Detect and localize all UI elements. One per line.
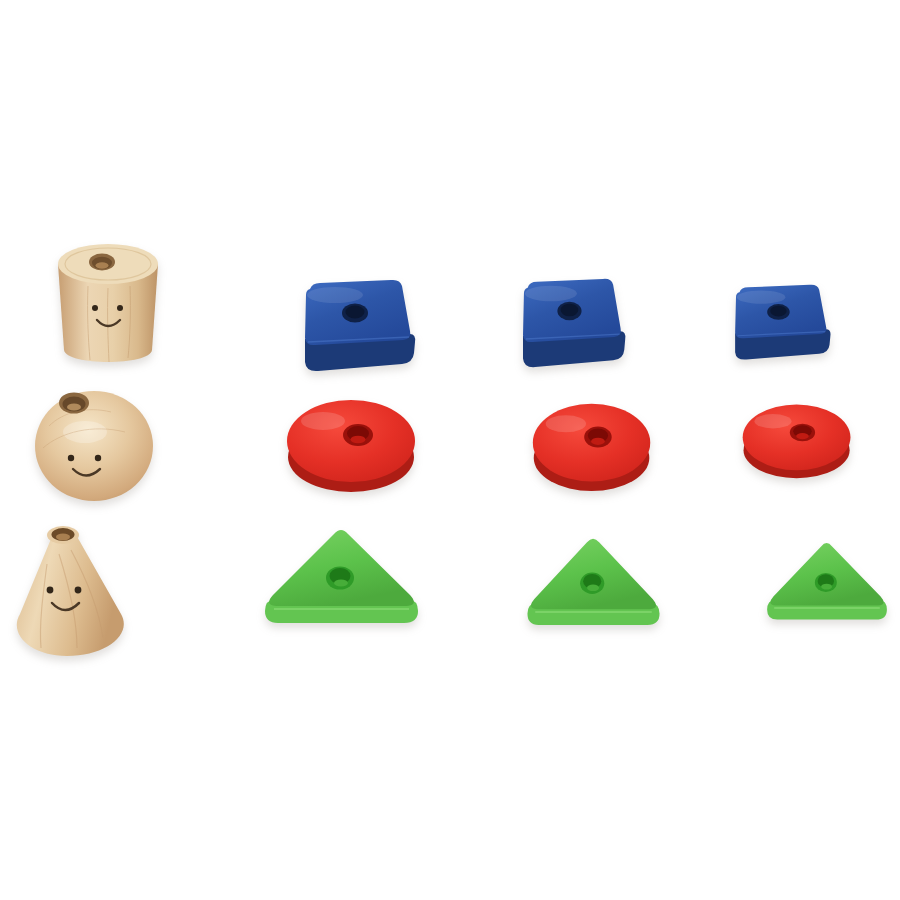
cone-body bbox=[17, 527, 124, 656]
wood-sphere-with-face bbox=[33, 386, 155, 503]
square-sheen bbox=[737, 291, 786, 304]
top-hole bbox=[59, 393, 89, 414]
green-triangle-1 bbox=[261, 525, 422, 637]
donut-sheen bbox=[301, 412, 345, 430]
donut-sheen bbox=[546, 415, 586, 432]
center-hole bbox=[343, 424, 373, 446]
product-photo bbox=[0, 0, 900, 900]
right-eye bbox=[117, 305, 123, 311]
top-hole bbox=[47, 526, 79, 544]
red-donut-disc-2 bbox=[531, 401, 653, 492]
green-triangle-3 bbox=[764, 539, 890, 631]
square-sheen bbox=[525, 286, 577, 301]
blue-square-block-3 bbox=[723, 284, 833, 362]
center-hole bbox=[790, 424, 815, 442]
blue-square-block-2 bbox=[510, 278, 628, 370]
center-hole bbox=[767, 304, 790, 320]
sphere-body bbox=[35, 391, 153, 501]
blue-square-block-1 bbox=[291, 279, 418, 374]
center-hole bbox=[580, 573, 604, 594]
square-sheen bbox=[307, 287, 363, 303]
wood-cylinder-with-face bbox=[54, 242, 162, 372]
center-hole bbox=[342, 304, 368, 323]
donut-sheen bbox=[754, 414, 791, 428]
center-hole bbox=[326, 567, 354, 590]
left-eye bbox=[68, 455, 74, 461]
left-eye bbox=[47, 587, 54, 594]
green-triangle-2 bbox=[524, 534, 663, 638]
red-donut-disc-1 bbox=[285, 397, 418, 493]
center-hole bbox=[815, 573, 837, 592]
right-eye bbox=[95, 455, 101, 461]
wood-cone-with-face bbox=[7, 520, 131, 659]
center-hole bbox=[584, 427, 612, 448]
red-donut-disc-3 bbox=[741, 402, 853, 479]
sphere-highlight bbox=[63, 421, 107, 443]
center-hole bbox=[557, 302, 581, 320]
left-eye bbox=[92, 305, 98, 311]
top-hole bbox=[89, 254, 115, 271]
right-eye bbox=[75, 587, 82, 594]
